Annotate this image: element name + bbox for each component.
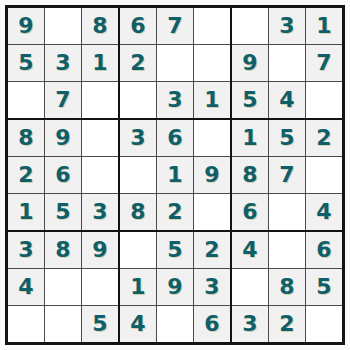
cell-r7c8[interactable] (269, 232, 305, 268)
cell-r4c9: 2 (306, 120, 342, 156)
cell-r6c5: 2 (157, 194, 193, 230)
cell-r4c6[interactable] (194, 120, 230, 156)
cell-r7c3: 9 (82, 232, 118, 268)
cell-r5c3[interactable] (82, 157, 118, 193)
cell-r3c1[interactable] (8, 82, 44, 118)
cell-r9c9[interactable] (306, 306, 342, 342)
cell-r2c6[interactable] (194, 45, 230, 81)
cell-r1c6[interactable] (194, 8, 230, 44)
cell-r4c1: 8 (8, 120, 44, 156)
cell-r9c4: 4 (120, 306, 156, 342)
cell-r5c4[interactable] (120, 157, 156, 193)
sudoku-box-7: 5219346 (120, 232, 230, 342)
cell-r2c3: 1 (82, 45, 118, 81)
cell-r5c7: 8 (232, 157, 268, 193)
cell-r8c6: 3 (194, 269, 230, 305)
cell-r1c7[interactable] (232, 8, 268, 44)
sudoku-box-0: 985317 (8, 8, 118, 118)
cell-r3c6: 1 (194, 82, 230, 118)
cell-r7c7: 4 (232, 232, 268, 268)
cell-r1c3: 8 (82, 8, 118, 44)
sudoku-box-1: 67231 (120, 8, 230, 118)
sudoku-box-6: 38945 (8, 232, 118, 342)
cell-r3c3[interactable] (82, 82, 118, 118)
cell-r1c5: 7 (157, 8, 193, 44)
cell-r4c5: 6 (157, 120, 193, 156)
cell-r9c1[interactable] (8, 306, 44, 342)
sudoku-box-5: 1528764 (232, 120, 342, 230)
cell-r7c2: 8 (45, 232, 81, 268)
cell-r6c6[interactable] (194, 194, 230, 230)
cell-r5c9[interactable] (306, 157, 342, 193)
cell-r8c4: 1 (120, 269, 156, 305)
cell-r8c8: 8 (269, 269, 305, 305)
cell-r4c8: 5 (269, 120, 305, 156)
cell-r9c7: 3 (232, 306, 268, 342)
sudoku-box-2: 319754 (232, 8, 342, 118)
cell-r3c5: 3 (157, 82, 193, 118)
cell-r7c5: 5 (157, 232, 193, 268)
cell-r6c3: 3 (82, 194, 118, 230)
cell-r6c4: 8 (120, 194, 156, 230)
cell-r8c2[interactable] (45, 269, 81, 305)
sudoku-board: 9853176723131975489261533619821528764389… (5, 5, 345, 345)
cell-r5c6: 9 (194, 157, 230, 193)
cell-r7c9: 6 (306, 232, 342, 268)
cell-r5c8: 7 (269, 157, 305, 193)
cell-r2c7: 9 (232, 45, 268, 81)
cell-r1c1: 9 (8, 8, 44, 44)
cell-r1c4: 6 (120, 8, 156, 44)
cell-r3c8: 4 (269, 82, 305, 118)
cell-r9c6: 6 (194, 306, 230, 342)
cell-r6c9: 4 (306, 194, 342, 230)
cell-r1c2[interactable] (45, 8, 81, 44)
cell-r9c2[interactable] (45, 306, 81, 342)
cell-r8c1: 4 (8, 269, 44, 305)
cell-r2c8[interactable] (269, 45, 305, 81)
cell-r2c5[interactable] (157, 45, 193, 81)
cell-r3c7: 5 (232, 82, 268, 118)
cell-r2c4: 2 (120, 45, 156, 81)
cell-r2c9: 7 (306, 45, 342, 81)
cell-r5c1: 2 (8, 157, 44, 193)
cell-r3c9[interactable] (306, 82, 342, 118)
cell-r4c7: 1 (232, 120, 268, 156)
cell-r8c5: 9 (157, 269, 193, 305)
cell-r9c8: 2 (269, 306, 305, 342)
cell-r6c2: 5 (45, 194, 81, 230)
cell-r3c2: 7 (45, 82, 81, 118)
cell-r4c4: 3 (120, 120, 156, 156)
cell-r1c8: 3 (269, 8, 305, 44)
cell-r7c4[interactable] (120, 232, 156, 268)
cell-r6c7: 6 (232, 194, 268, 230)
cell-r5c5: 1 (157, 157, 193, 193)
cell-r5c2: 6 (45, 157, 81, 193)
sudoku-box-3: 8926153 (8, 120, 118, 230)
cell-r9c3: 5 (82, 306, 118, 342)
cell-r6c1: 1 (8, 194, 44, 230)
cell-r6c8[interactable] (269, 194, 305, 230)
cell-r8c9: 5 (306, 269, 342, 305)
cell-r7c6: 2 (194, 232, 230, 268)
sudoku-box-8: 468532 (232, 232, 342, 342)
cell-r8c7[interactable] (232, 269, 268, 305)
cell-r4c2: 9 (45, 120, 81, 156)
cell-r7c1: 3 (8, 232, 44, 268)
cell-r3c4[interactable] (120, 82, 156, 118)
cell-r1c9: 1 (306, 8, 342, 44)
cell-r2c1: 5 (8, 45, 44, 81)
cell-r9c5[interactable] (157, 306, 193, 342)
cell-r8c3[interactable] (82, 269, 118, 305)
cell-r2c2: 3 (45, 45, 81, 81)
cell-r4c3[interactable] (82, 120, 118, 156)
sudoku-box-4: 361982 (120, 120, 230, 230)
